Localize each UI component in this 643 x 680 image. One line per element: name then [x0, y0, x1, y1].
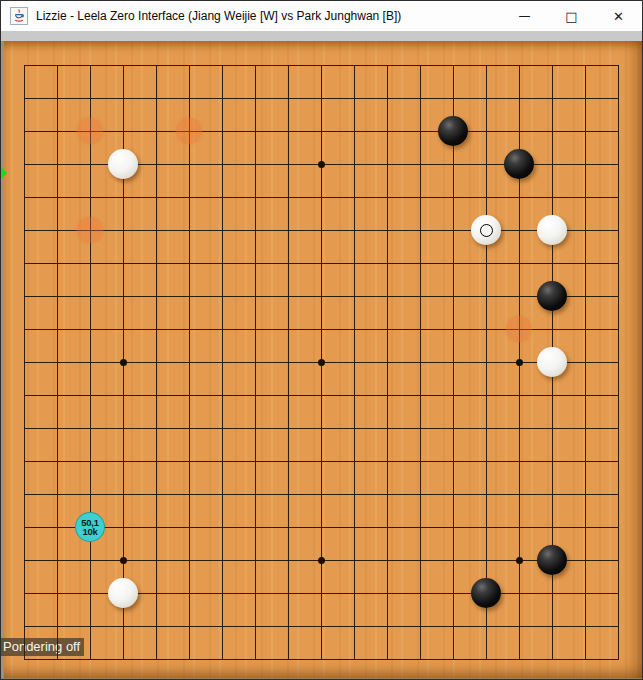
window-controls: — □ ✕ [501, 1, 642, 31]
star-point [318, 557, 325, 564]
window-title: Lizzie - Leela Zero Interface (Jiang Wei… [36, 9, 401, 23]
star-point [318, 359, 325, 366]
grid-line [24, 395, 619, 396]
left-window-edge [1, 41, 4, 680]
title-bar: Lizzie - Leela Zero Interface (Jiang Wei… [1, 1, 642, 31]
last-move-marker [480, 224, 493, 237]
grid-line [486, 65, 487, 660]
candidate-move-circle[interactable] [176, 118, 202, 144]
minimize-button[interactable]: — [501, 1, 548, 31]
black-stone [471, 578, 501, 608]
white-stone [108, 578, 138, 608]
grid-line [354, 65, 355, 660]
pondering-status: Pondering off [1, 638, 84, 656]
go-board[interactable]: Pondering off 50,110k [1, 41, 643, 680]
maximize-button[interactable]: □ [548, 1, 595, 31]
black-stone [537, 281, 567, 311]
grid-line [387, 65, 388, 660]
star-point [318, 161, 325, 168]
black-stone [438, 116, 468, 146]
star-point [120, 557, 127, 564]
black-stone [504, 149, 534, 179]
candidate-move-circle[interactable] [506, 316, 532, 342]
candidate-move-circle[interactable] [77, 118, 103, 144]
lizzie-window: Lizzie - Leela Zero Interface (Jiang Wei… [0, 0, 643, 680]
grid-line [24, 461, 619, 462]
candidate-move-circle[interactable] [77, 217, 103, 243]
window-frame-strip [1, 31, 642, 41]
grid-line [24, 527, 619, 528]
close-button[interactable]: ✕ [595, 1, 642, 31]
grid-line [24, 494, 619, 495]
white-stone [537, 215, 567, 245]
grid-line [24, 428, 619, 429]
java-icon [10, 7, 28, 25]
star-point [120, 359, 127, 366]
grid-line [24, 659, 619, 660]
star-point [516, 359, 523, 366]
star-point [516, 557, 523, 564]
grid-line [420, 65, 421, 660]
white-stone [537, 347, 567, 377]
grid-line [585, 65, 586, 660]
green-edge-marker [1, 167, 7, 179]
grid-line [618, 65, 619, 660]
best-move-circle[interactable]: 50,110k [75, 512, 105, 542]
white-stone [108, 149, 138, 179]
best-move-visits: 10k [83, 527, 98, 537]
grid-line [453, 65, 454, 660]
black-stone [537, 545, 567, 575]
grid-line [24, 626, 619, 627]
